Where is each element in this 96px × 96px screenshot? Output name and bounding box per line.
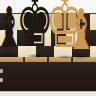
frame-separator [71, 57, 73, 62]
box-hinge [0, 69, 3, 73]
box-hinge [0, 78, 3, 82]
chess-box-front [0, 62, 96, 91]
white-bishop-piece[interactable]: ♝ [56, 2, 96, 58]
chess-set-photo: ♝♚♚♝ [0, 0, 96, 96]
frame-separator [23, 57, 25, 62]
frame-separator [47, 57, 49, 62]
table-surface [0, 91, 96, 96]
